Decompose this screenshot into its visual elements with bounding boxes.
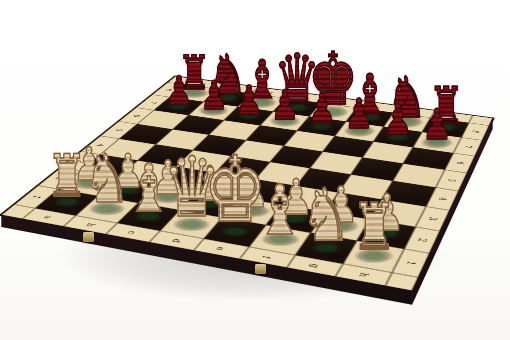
chess-set-photo: abcdefgh8877665544332211abcdefgh ♜♞♝♛♚♝♞… bbox=[0, 0, 510, 340]
file-label: c bbox=[126, 230, 140, 235]
brass-clasp bbox=[83, 232, 94, 242]
rank-label: 7 bbox=[462, 145, 474, 149]
chess-piece-glyph: ♟ bbox=[165, 71, 192, 110]
chess-piece-glyph: ♟ bbox=[235, 80, 263, 120]
rank-label: 7 bbox=[147, 101, 158, 104]
rank-label: 5 bbox=[445, 178, 458, 182]
rank-label: 6 bbox=[131, 114, 143, 117]
chess-piece-glyph: ♟ bbox=[307, 89, 336, 130]
file-label: h bbox=[356, 272, 371, 278]
file-label: d bbox=[169, 238, 184, 243]
chess-piece-glyph: ♝ bbox=[256, 175, 304, 244]
brass-clasp bbox=[255, 264, 266, 274]
rank-label: 3 bbox=[426, 216, 440, 221]
file-label: g bbox=[308, 263, 323, 269]
chess-piece-glyph: ♞ bbox=[84, 145, 131, 213]
file-label: f bbox=[261, 255, 275, 259]
rank-label: 5 bbox=[113, 128, 125, 132]
rank-label: 1 bbox=[30, 194, 44, 199]
chess-piece-glyph: ♟ bbox=[423, 104, 453, 146]
file-label: a bbox=[42, 215, 56, 220]
file-label: b bbox=[83, 222, 97, 227]
chess-piece-glyph: ♜ bbox=[352, 196, 397, 260]
rank-label: 4 bbox=[436, 196, 449, 201]
file-label: e bbox=[214, 246, 229, 251]
chess-piece-glyph: ♟ bbox=[271, 84, 299, 124]
chess-piece-glyph: ♜ bbox=[47, 148, 88, 206]
chess-piece-glyph: ♟ bbox=[345, 94, 374, 135]
chess-piece-glyph: ♟ bbox=[383, 99, 412, 141]
rank-label: 6 bbox=[454, 161, 466, 165]
rank-label: 1 bbox=[404, 260, 419, 266]
rank-label: 8 bbox=[470, 130, 481, 134]
rank-label: 2 bbox=[415, 237, 429, 242]
chess-piece-glyph: ♟ bbox=[200, 75, 228, 115]
chess-piece-glyph: ♞ bbox=[301, 180, 352, 252]
